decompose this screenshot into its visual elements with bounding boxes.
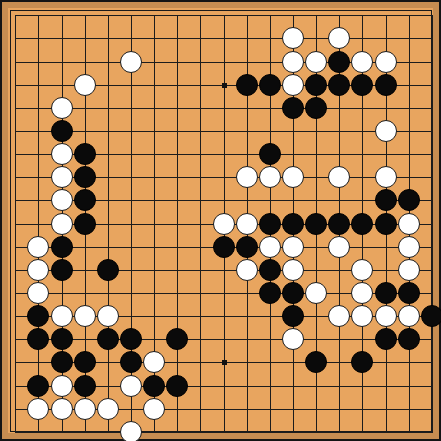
black-stone bbox=[351, 74, 373, 96]
star-point bbox=[222, 360, 227, 365]
black-stone bbox=[143, 375, 165, 397]
white-stone bbox=[398, 259, 420, 281]
black-stone bbox=[328, 51, 350, 73]
black-stone bbox=[27, 375, 49, 397]
black-stone bbox=[74, 143, 96, 165]
grid-line-vertical bbox=[432, 15, 433, 433]
black-stone bbox=[51, 120, 73, 142]
black-stone bbox=[259, 259, 281, 281]
black-stone bbox=[375, 74, 397, 96]
white-stone bbox=[236, 166, 258, 188]
black-stone bbox=[259, 213, 281, 235]
star-point bbox=[222, 83, 227, 88]
white-stone bbox=[51, 143, 73, 165]
black-stone bbox=[51, 351, 73, 373]
white-stone bbox=[351, 51, 373, 73]
black-stone bbox=[282, 97, 304, 119]
black-stone bbox=[166, 375, 188, 397]
black-stone bbox=[305, 74, 327, 96]
white-stone bbox=[375, 166, 397, 188]
white-stone bbox=[120, 421, 142, 441]
black-stone bbox=[259, 143, 281, 165]
black-stone bbox=[375, 189, 397, 211]
black-stone bbox=[282, 213, 304, 235]
white-stone bbox=[51, 166, 73, 188]
black-stone bbox=[51, 259, 73, 281]
black-stone bbox=[97, 259, 119, 281]
white-stone bbox=[51, 305, 73, 327]
white-stone bbox=[97, 305, 119, 327]
black-stone bbox=[259, 74, 281, 96]
white-stone bbox=[375, 120, 397, 142]
black-stone bbox=[375, 213, 397, 235]
black-stone bbox=[328, 213, 350, 235]
white-stone bbox=[51, 213, 73, 235]
white-stone bbox=[51, 375, 73, 397]
white-stone bbox=[398, 305, 420, 327]
black-stone bbox=[398, 189, 420, 211]
white-stone bbox=[305, 282, 327, 304]
grid-line-horizontal bbox=[15, 339, 433, 340]
black-stone bbox=[398, 328, 420, 350]
white-stone bbox=[236, 213, 258, 235]
white-stone bbox=[282, 51, 304, 73]
screenshot-root bbox=[0, 0, 441, 441]
black-stone bbox=[282, 282, 304, 304]
white-stone bbox=[120, 51, 142, 73]
white-stone bbox=[282, 259, 304, 281]
black-stone bbox=[398, 282, 420, 304]
go-board[interactable] bbox=[0, 0, 441, 441]
white-stone bbox=[27, 398, 49, 420]
black-stone bbox=[328, 74, 350, 96]
black-stone bbox=[97, 328, 119, 350]
white-stone bbox=[282, 236, 304, 258]
white-stone bbox=[398, 213, 420, 235]
white-stone bbox=[74, 398, 96, 420]
white-stone bbox=[259, 166, 281, 188]
black-stone bbox=[375, 328, 397, 350]
black-stone bbox=[305, 97, 327, 119]
white-stone bbox=[328, 236, 350, 258]
black-stone bbox=[51, 328, 73, 350]
white-stone bbox=[375, 51, 397, 73]
white-stone bbox=[51, 189, 73, 211]
white-stone bbox=[143, 398, 165, 420]
grid-line-horizontal bbox=[15, 432, 433, 433]
white-stone bbox=[305, 51, 327, 73]
white-stone bbox=[213, 213, 235, 235]
black-stone bbox=[236, 236, 258, 258]
black-stone bbox=[351, 213, 373, 235]
black-stone bbox=[213, 236, 235, 258]
white-stone bbox=[259, 236, 281, 258]
white-stone bbox=[51, 398, 73, 420]
black-stone bbox=[74, 375, 96, 397]
white-stone bbox=[51, 97, 73, 119]
white-stone bbox=[398, 236, 420, 258]
white-stone bbox=[375, 305, 397, 327]
black-stone bbox=[421, 305, 441, 327]
black-stone bbox=[74, 166, 96, 188]
black-stone bbox=[74, 213, 96, 235]
black-stone bbox=[74, 189, 96, 211]
black-stone bbox=[375, 282, 397, 304]
white-stone bbox=[236, 259, 258, 281]
black-stone bbox=[305, 213, 327, 235]
white-stone bbox=[97, 398, 119, 420]
black-stone bbox=[236, 74, 258, 96]
black-stone bbox=[259, 282, 281, 304]
black-stone bbox=[51, 236, 73, 258]
white-stone bbox=[120, 375, 142, 397]
white-stone bbox=[74, 305, 96, 327]
black-stone bbox=[282, 305, 304, 327]
white-stone bbox=[74, 74, 96, 96]
black-stone bbox=[74, 351, 96, 373]
white-stone bbox=[27, 236, 49, 258]
white-stone bbox=[282, 74, 304, 96]
